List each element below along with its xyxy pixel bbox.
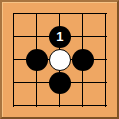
stones-layer: 1 — [2, 2, 117, 117]
black-stone — [72, 49, 94, 71]
board-point — [48, 71, 71, 94]
stone-move-number: 1 — [56, 30, 63, 43]
white-stone — [49, 49, 71, 71]
board-point — [25, 48, 48, 71]
black-stone: 1 — [49, 26, 71, 48]
black-stone — [49, 72, 71, 94]
board-point — [71, 48, 94, 71]
board-point — [48, 48, 71, 71]
go-diagram: 1 — [0, 0, 119, 119]
board-point: 1 — [48, 25, 71, 48]
black-stone — [26, 49, 48, 71]
